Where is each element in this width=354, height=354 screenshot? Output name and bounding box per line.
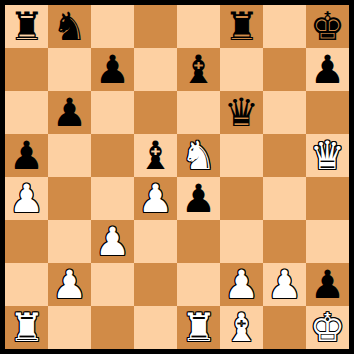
piece-white-rook[interactable]: ♜: [9, 306, 44, 349]
square-g6[interactable]: [263, 91, 306, 134]
square-g7[interactable]: [263, 48, 306, 91]
square-g1[interactable]: [263, 306, 306, 349]
piece-white-pawn[interactable]: ♟: [138, 177, 173, 220]
square-c1[interactable]: [91, 306, 134, 349]
square-g3[interactable]: [263, 220, 306, 263]
square-h2[interactable]: ♟: [306, 263, 349, 306]
square-d2[interactable]: [134, 263, 177, 306]
square-c2[interactable]: [91, 263, 134, 306]
square-e7[interactable]: ♝: [177, 48, 220, 91]
square-e1[interactable]: ♜: [177, 306, 220, 349]
square-c3[interactable]: ♟: [91, 220, 134, 263]
piece-black-pawn[interactable]: ♟: [95, 48, 130, 91]
square-d3[interactable]: [134, 220, 177, 263]
square-g5[interactable]: [263, 134, 306, 177]
square-h1[interactable]: ♚: [306, 306, 349, 349]
square-d1[interactable]: [134, 306, 177, 349]
piece-black-queen[interactable]: ♛: [224, 91, 259, 134]
piece-white-pawn[interactable]: ♟: [52, 263, 87, 306]
square-a5[interactable]: ♟: [5, 134, 48, 177]
square-a1[interactable]: ♜: [5, 306, 48, 349]
square-b2[interactable]: ♟: [48, 263, 91, 306]
square-f4[interactable]: [220, 177, 263, 220]
square-f1[interactable]: ♝: [220, 306, 263, 349]
square-e6[interactable]: [177, 91, 220, 134]
square-b7[interactable]: [48, 48, 91, 91]
piece-white-queen[interactable]: ♛: [310, 134, 345, 177]
piece-white-knight[interactable]: ♞: [181, 134, 216, 177]
piece-black-bishop[interactable]: ♝: [138, 134, 173, 177]
square-a8[interactable]: ♜: [5, 5, 48, 48]
square-h5[interactable]: ♛: [306, 134, 349, 177]
square-h8[interactable]: ♚: [306, 5, 349, 48]
square-e5[interactable]: ♞: [177, 134, 220, 177]
square-a4[interactable]: ♟: [5, 177, 48, 220]
square-a3[interactable]: [5, 220, 48, 263]
square-f7[interactable]: [220, 48, 263, 91]
square-b6[interactable]: ♟: [48, 91, 91, 134]
square-e8[interactable]: [177, 5, 220, 48]
piece-black-bishop[interactable]: ♝: [181, 48, 216, 91]
piece-black-pawn[interactable]: ♟: [52, 91, 87, 134]
piece-white-pawn[interactable]: ♟: [267, 263, 302, 306]
square-c5[interactable]: [91, 134, 134, 177]
piece-black-knight[interactable]: ♞: [52, 5, 87, 48]
square-g8[interactable]: [263, 5, 306, 48]
square-b4[interactable]: [48, 177, 91, 220]
square-f8[interactable]: ♜: [220, 5, 263, 48]
square-e4[interactable]: ♟: [177, 177, 220, 220]
square-e3[interactable]: [177, 220, 220, 263]
square-h6[interactable]: [306, 91, 349, 134]
piece-white-pawn[interactable]: ♟: [224, 263, 259, 306]
square-h7[interactable]: ♟: [306, 48, 349, 91]
square-f3[interactable]: [220, 220, 263, 263]
square-h3[interactable]: [306, 220, 349, 263]
piece-black-rook[interactable]: ♜: [9, 5, 44, 48]
square-a6[interactable]: [5, 91, 48, 134]
piece-black-pawn[interactable]: ♟: [310, 263, 345, 306]
square-f2[interactable]: ♟: [220, 263, 263, 306]
square-b1[interactable]: [48, 306, 91, 349]
square-g4[interactable]: [263, 177, 306, 220]
piece-white-king[interactable]: ♚: [310, 306, 345, 349]
square-f6[interactable]: ♛: [220, 91, 263, 134]
square-a2[interactable]: [5, 263, 48, 306]
square-b5[interactable]: [48, 134, 91, 177]
square-e2[interactable]: [177, 263, 220, 306]
piece-black-pawn[interactable]: ♟: [310, 48, 345, 91]
square-c4[interactable]: [91, 177, 134, 220]
square-c6[interactable]: [91, 91, 134, 134]
square-c8[interactable]: [91, 5, 134, 48]
piece-black-pawn[interactable]: ♟: [181, 177, 216, 220]
square-f5[interactable]: [220, 134, 263, 177]
piece-black-king[interactable]: ♚: [310, 5, 345, 48]
piece-black-rook[interactable]: ♜: [224, 5, 259, 48]
square-d5[interactable]: ♝: [134, 134, 177, 177]
piece-black-pawn[interactable]: ♟: [9, 134, 44, 177]
square-b3[interactable]: [48, 220, 91, 263]
square-h4[interactable]: [306, 177, 349, 220]
square-a7[interactable]: [5, 48, 48, 91]
chess-board: ♜♞♜♚♟♝♟♟♛♟♝♞♛♟♟♟♟♟♟♟♟♜♜♝♚: [5, 5, 349, 349]
square-d7[interactable]: [134, 48, 177, 91]
square-b8[interactable]: ♞: [48, 5, 91, 48]
square-g2[interactable]: ♟: [263, 263, 306, 306]
piece-white-bishop[interactable]: ♝: [224, 306, 259, 349]
square-d4[interactable]: ♟: [134, 177, 177, 220]
piece-white-rook[interactable]: ♜: [181, 306, 216, 349]
board-frame: ♜♞♜♚♟♝♟♟♛♟♝♞♛♟♟♟♟♟♟♟♟♜♜♝♚: [0, 0, 354, 354]
piece-white-pawn[interactable]: ♟: [9, 177, 44, 220]
piece-white-pawn[interactable]: ♟: [95, 220, 130, 263]
square-d6[interactable]: [134, 91, 177, 134]
square-c7[interactable]: ♟: [91, 48, 134, 91]
square-d8[interactable]: [134, 5, 177, 48]
